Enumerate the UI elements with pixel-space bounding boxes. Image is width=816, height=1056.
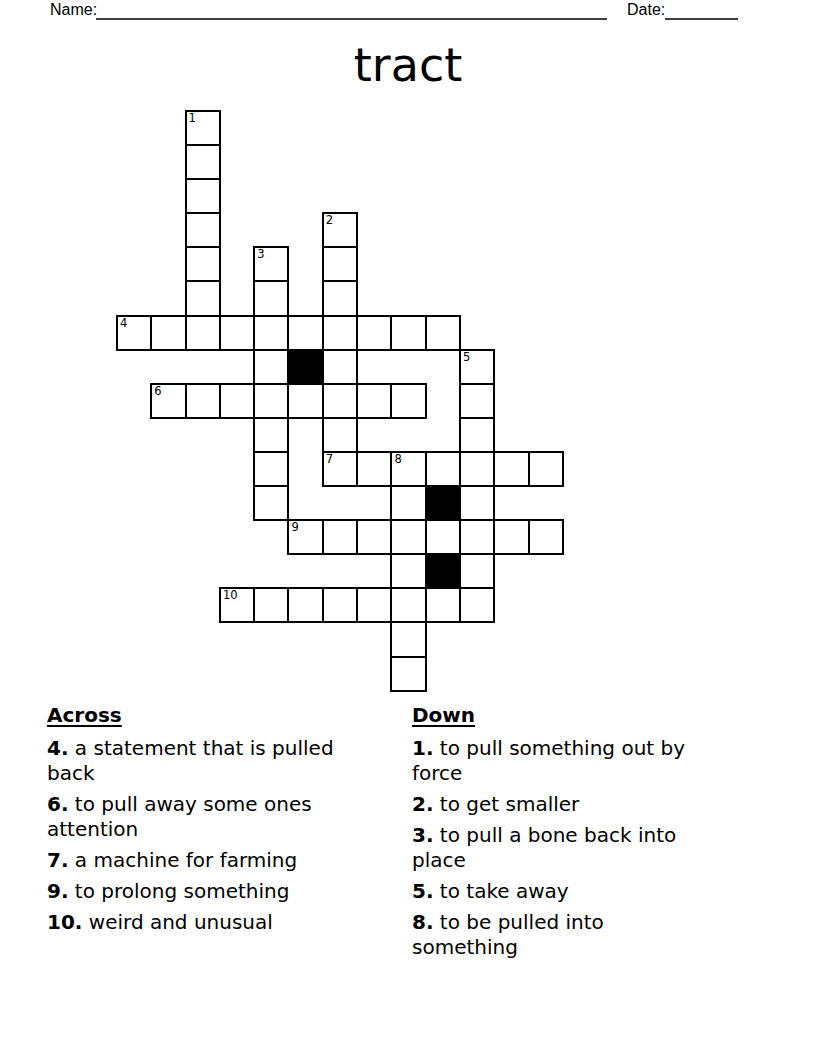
clue-item: 8. to be pulled into something xyxy=(412,910,757,960)
grid-cell[interactable] xyxy=(356,519,392,555)
clue-number-label: 8. xyxy=(412,910,434,934)
clue-text: to prolong something xyxy=(69,879,290,903)
clue-number-label: 7. xyxy=(47,848,69,872)
blocked-cell xyxy=(425,485,461,521)
grid-cell[interactable] xyxy=(459,553,495,589)
grid-cell[interactable] xyxy=(322,383,358,419)
grid-cell[interactable]: 8 xyxy=(390,451,426,487)
clue-item: 2. to get smaller xyxy=(412,792,757,817)
grid-cell[interactable]: 1 xyxy=(185,110,221,146)
grid-cell[interactable] xyxy=(459,587,495,623)
blocked-cell xyxy=(425,553,461,589)
grid-cell[interactable] xyxy=(185,246,221,282)
clue-number-label: 4. xyxy=(47,736,69,760)
grid-cell[interactable] xyxy=(390,383,426,419)
cell-clue-number: 5 xyxy=(463,351,470,364)
grid-cell[interactable] xyxy=(528,519,564,555)
grid-cell[interactable] xyxy=(253,383,289,419)
cell-clue-number: 7 xyxy=(326,453,333,466)
across-heading: Across xyxy=(47,703,392,728)
clue-item: 3. to pull a bone back into place xyxy=(412,823,757,873)
down-heading: Down xyxy=(412,703,757,728)
date-label: Date: xyxy=(627,1,665,19)
clue-number-label: 3. xyxy=(412,823,434,847)
grid-cell[interactable] xyxy=(356,315,392,351)
cell-clue-number: 10 xyxy=(223,589,238,602)
clue-item: 4. a statement that is pulled back xyxy=(47,736,392,786)
grid-cell[interactable] xyxy=(185,144,221,180)
clue-number-label: 2. xyxy=(412,792,434,816)
grid-cell[interactable] xyxy=(253,485,289,521)
grid-cell[interactable] xyxy=(150,315,186,351)
clue-text: to get smaller xyxy=(434,792,580,816)
grid-cell[interactable] xyxy=(322,587,358,623)
grid-cell[interactable] xyxy=(528,451,564,487)
crossword-grid: 12345678910 xyxy=(117,111,563,691)
cell-clue-number: 8 xyxy=(394,453,401,466)
grid-cell[interactable] xyxy=(322,519,358,555)
grid-cell[interactable] xyxy=(493,451,529,487)
grid-cell[interactable] xyxy=(253,315,289,351)
grid-cell[interactable] xyxy=(185,178,221,214)
grid-cell[interactable] xyxy=(356,451,392,487)
grid-cell[interactable] xyxy=(493,519,529,555)
grid-cell[interactable] xyxy=(390,519,426,555)
grid-cell[interactable] xyxy=(253,451,289,487)
grid-cell[interactable]: 7 xyxy=(322,451,358,487)
grid-cell[interactable] xyxy=(390,621,426,657)
clue-item: 9. to prolong something xyxy=(47,879,392,904)
across-clues-column: Across 4. a statement that is pulled bac… xyxy=(47,703,392,941)
grid-cell[interactable] xyxy=(390,485,426,521)
grid-cell[interactable]: 6 xyxy=(150,383,186,419)
grid-cell[interactable] xyxy=(356,383,392,419)
grid-cell[interactable] xyxy=(287,315,323,351)
grid-cell[interactable]: 5 xyxy=(459,349,495,385)
grid-cell[interactable] xyxy=(322,280,358,316)
grid-cell[interactable]: 2 xyxy=(322,212,358,248)
grid-cell[interactable] xyxy=(425,519,461,555)
grid-cell[interactable] xyxy=(322,417,358,453)
grid-cell[interactable] xyxy=(322,315,358,351)
grid-cell[interactable] xyxy=(219,315,255,351)
grid-cell[interactable] xyxy=(425,587,461,623)
grid-cell[interactable] xyxy=(425,451,461,487)
grid-cell[interactable] xyxy=(390,587,426,623)
grid-cell[interactable] xyxy=(253,417,289,453)
grid-cell[interactable] xyxy=(459,383,495,419)
cell-clue-number: 6 xyxy=(154,385,161,398)
grid-cell[interactable] xyxy=(459,417,495,453)
grid-cell[interactable] xyxy=(253,587,289,623)
grid-cell[interactable] xyxy=(287,383,323,419)
clue-number-label: 6. xyxy=(47,792,69,816)
grid-cell[interactable] xyxy=(425,315,461,351)
clue-text: to pull away some ones attention xyxy=(47,792,312,841)
clue-text: to be pulled into something xyxy=(412,910,604,959)
cell-clue-number: 9 xyxy=(291,521,298,534)
grid-cell[interactable] xyxy=(459,485,495,521)
grid-cell[interactable] xyxy=(185,280,221,316)
clue-item: 6. to pull away some ones attention xyxy=(47,792,392,842)
date-blank-line[interactable] xyxy=(665,2,738,20)
grid-cell[interactable] xyxy=(459,519,495,555)
name-label: Name: xyxy=(50,1,97,19)
grid-cell[interactable] xyxy=(356,587,392,623)
grid-cell[interactable] xyxy=(287,587,323,623)
clue-text: to pull something out by force xyxy=(412,736,685,785)
grid-cell[interactable] xyxy=(322,349,358,385)
grid-cell[interactable] xyxy=(390,315,426,351)
clue-text: a machine for farming xyxy=(69,848,298,872)
grid-cell[interactable] xyxy=(185,383,221,419)
clue-text: to take away xyxy=(434,879,569,903)
clue-item: 5. to take away xyxy=(412,879,757,904)
grid-cell[interactable] xyxy=(390,553,426,589)
crossword-worksheet-page: Name: Date: tract 12345678910 Across 4. … xyxy=(0,0,816,1056)
clue-item: 10. weird and unusual xyxy=(47,910,392,935)
grid-cell[interactable] xyxy=(322,246,358,282)
grid-cell[interactable]: 9 xyxy=(287,519,323,555)
grid-cell[interactable] xyxy=(390,656,426,692)
puzzle-title: tract xyxy=(0,42,816,88)
cell-clue-number: 4 xyxy=(120,317,127,330)
grid-cell[interactable]: 3 xyxy=(253,246,289,282)
clue-item: 7. a machine for farming xyxy=(47,848,392,873)
blocked-cell xyxy=(287,349,323,385)
grid-cell[interactable] xyxy=(185,315,221,351)
grid-cell[interactable] xyxy=(185,212,221,248)
clue-number-label: 9. xyxy=(47,879,69,903)
cell-clue-number: 2 xyxy=(326,214,333,227)
clue-text: weird and unusual xyxy=(82,910,272,934)
clue-number-label: 1. xyxy=(412,736,434,760)
clue-text: to pull a bone back into place xyxy=(412,823,676,872)
clue-item: 1. to pull something out by force xyxy=(412,736,757,786)
grid-cell[interactable] xyxy=(459,451,495,487)
grid-cell[interactable] xyxy=(253,349,289,385)
clue-number-label: 5. xyxy=(412,879,434,903)
cell-clue-number: 1 xyxy=(189,112,196,125)
clue-number-label: 10. xyxy=(47,910,82,934)
grid-cell[interactable]: 10 xyxy=(219,587,255,623)
down-clues-column: Down 1. to pull something out by force2.… xyxy=(412,703,757,966)
cell-clue-number: 3 xyxy=(257,248,264,261)
grid-cell[interactable] xyxy=(253,280,289,316)
grid-cell[interactable]: 4 xyxy=(116,315,152,351)
grid-cell[interactable] xyxy=(219,383,255,419)
clue-text: a statement that is pulled back xyxy=(47,736,334,785)
name-blank-line[interactable] xyxy=(96,2,607,20)
